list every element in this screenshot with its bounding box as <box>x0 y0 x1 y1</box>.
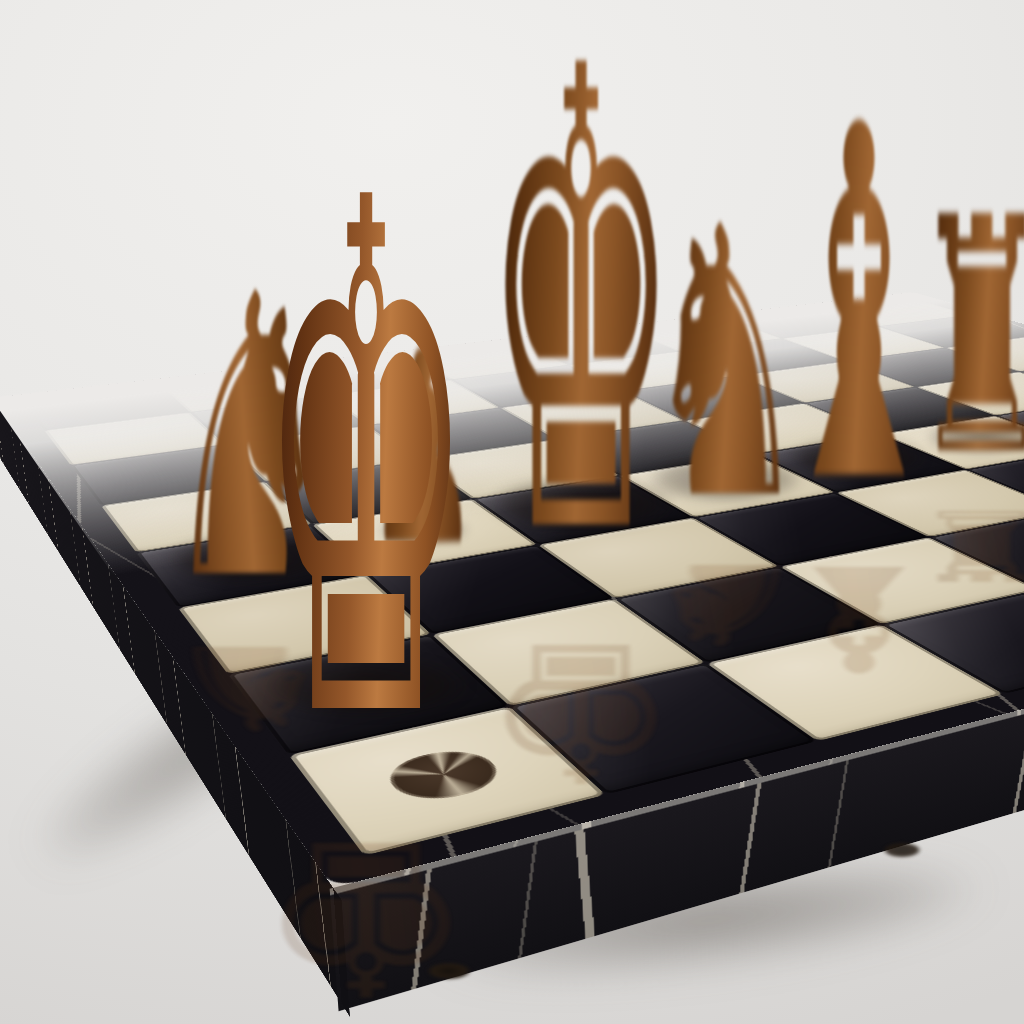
king-icon: ♚ <box>484 0 678 622</box>
king-icon: ♚ <box>258 111 473 817</box>
pieces-layer: ♜♜♝♝♞♞♚♚♟♞♞♚♚ <box>0 0 1024 1024</box>
chessboard-scene: ♜♜♝♝♞♞♚♚♟♞♞♚♚ <box>0 0 1024 1024</box>
